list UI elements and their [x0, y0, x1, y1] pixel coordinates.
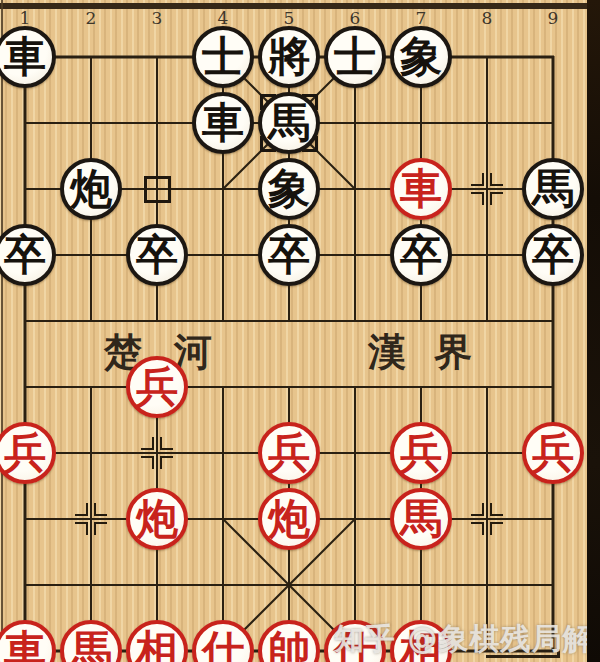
piece-char: 炮 [268, 492, 310, 546]
piece-red-soldier[interactable]: 兵 [390, 422, 452, 484]
piece-black-soldier[interactable]: 卒 [0, 224, 56, 286]
piece-char: 兵 [4, 426, 46, 480]
piece-char: 卒 [4, 228, 46, 282]
piece-char: 兵 [268, 426, 310, 480]
piece-red-soldier[interactable]: 兵 [258, 422, 320, 484]
piece-char: 兵 [400, 426, 442, 480]
piece-char: 馬 [268, 96, 310, 150]
piece-char: 車 [4, 30, 46, 84]
piece-black-cannon[interactable]: 炮 [60, 158, 122, 220]
piece-char: 士 [202, 30, 244, 84]
piece-char: 車 [400, 162, 442, 216]
piece-black-advisor[interactable]: 士 [192, 26, 254, 88]
piece-char: 車 [202, 96, 244, 150]
piece-black-soldier[interactable]: 卒 [126, 224, 188, 286]
piece-char: 炮 [136, 492, 178, 546]
piece-red-advisor[interactable]: 仕 [192, 620, 254, 662]
piece-red-soldier[interactable]: 兵 [0, 422, 56, 484]
piece-char: 象 [400, 30, 442, 84]
piece-red-elephant[interactable]: 相 [126, 620, 188, 662]
piece-black-elephant[interactable]: 象 [258, 158, 320, 220]
piece-char: 士 [334, 30, 376, 84]
piece-red-horse[interactable]: 馬 [60, 620, 122, 662]
piece-char: 仕 [202, 624, 244, 662]
xiangqi-board-screenshot: 123456789 [0, 0, 600, 662]
piece-char: 相 [136, 624, 178, 662]
piece-black-soldier[interactable]: 卒 [522, 224, 584, 286]
piece-char: 兵 [532, 426, 574, 480]
piece-black-elephant[interactable]: 象 [390, 26, 452, 88]
piece-black-soldier[interactable]: 卒 [390, 224, 452, 286]
piece-char: 卒 [532, 228, 574, 282]
piece-char: 帥 [268, 624, 310, 662]
piece-char: 卒 [268, 228, 310, 282]
piece-char: 馬 [532, 162, 574, 216]
piece-black-advisor[interactable]: 士 [324, 26, 386, 88]
piece-black-chariot[interactable]: 車 [0, 26, 56, 88]
piece-red-cannon[interactable]: 炮 [258, 488, 320, 550]
board-grid: 車士將士象車馬炮象車馬卒卒卒卒卒兵兵兵兵兵炮炮馬車馬相仕帥仕相 [0, 24, 586, 662]
piece-red-horse[interactable]: 馬 [390, 488, 452, 550]
piece-red-chariot[interactable]: 車 [390, 158, 452, 220]
board-right-edge [587, 0, 600, 662]
piece-char: 卒 [136, 228, 178, 282]
piece-black-chariot[interactable]: 車 [192, 92, 254, 154]
watermark: 知乎 @象棋残局解析 [334, 619, 600, 660]
piece-char: 將 [268, 30, 310, 84]
piece-char: 車 [4, 624, 46, 662]
piece-char: 炮 [70, 162, 112, 216]
piece-black-horse[interactable]: 馬 [258, 92, 320, 154]
piece-char: 馬 [400, 492, 442, 546]
piece-red-chariot[interactable]: 車 [0, 620, 56, 662]
piece-char: 兵 [136, 360, 178, 414]
piece-char: 象 [268, 162, 310, 216]
piece-red-general[interactable]: 帥 [258, 620, 320, 662]
piece-char: 卒 [400, 228, 442, 282]
piece-black-horse[interactable]: 馬 [522, 158, 584, 220]
piece-black-general[interactable]: 將 [258, 26, 320, 88]
piece-char: 馬 [70, 624, 112, 662]
piece-red-soldier[interactable]: 兵 [522, 422, 584, 484]
piece-red-soldier[interactable]: 兵 [126, 356, 188, 418]
piece-black-soldier[interactable]: 卒 [258, 224, 320, 286]
piece-red-cannon[interactable]: 炮 [126, 488, 188, 550]
